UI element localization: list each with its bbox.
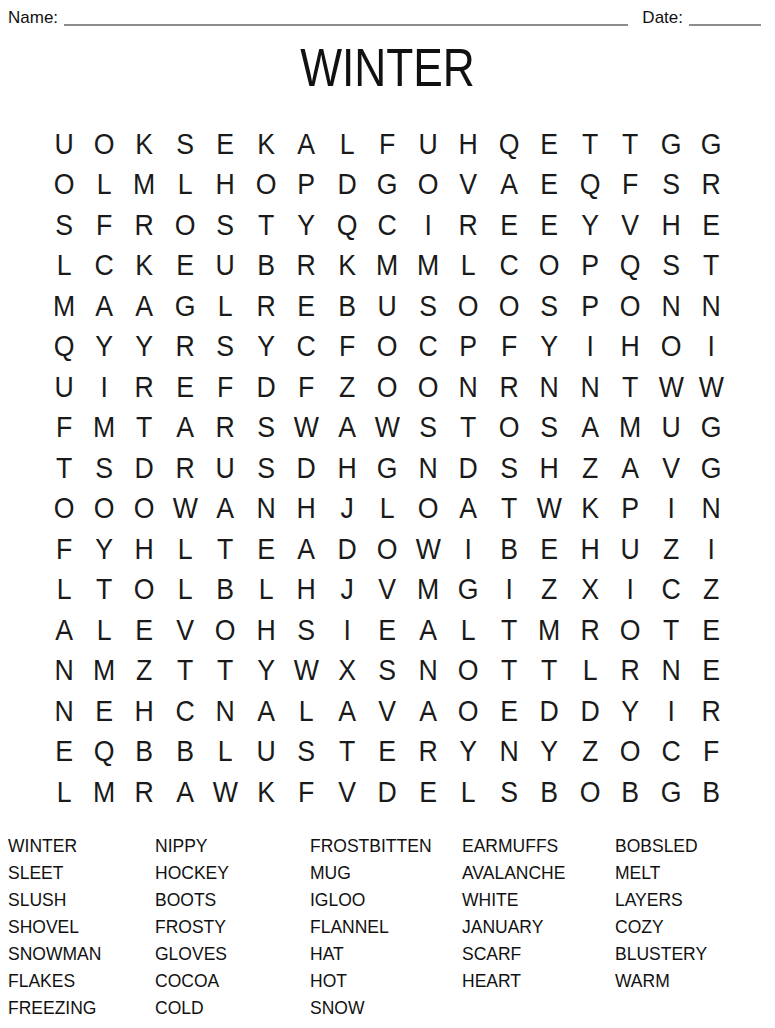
- grid-cell[interactable]: P: [612, 489, 649, 530]
- grid-cell[interactable]: D: [571, 691, 608, 732]
- grid-cell[interactable]: H: [612, 327, 649, 368]
- grid-cell[interactable]: E: [288, 286, 325, 327]
- grid-cell[interactable]: W: [288, 651, 325, 692]
- grid-cell[interactable]: Y: [288, 205, 325, 246]
- grid-cell[interactable]: O: [369, 529, 406, 570]
- grid-cell[interactable]: M: [86, 772, 123, 813]
- grid-cell[interactable]: F: [612, 165, 649, 206]
- grid-cell[interactable]: N: [693, 286, 730, 327]
- grid-cell[interactable]: O: [490, 408, 527, 449]
- grid-cell[interactable]: Y: [247, 651, 284, 692]
- word-list-item: BLUSTERY: [615, 941, 775, 968]
- grid-cell[interactable]: C: [490, 246, 527, 287]
- grid-cell[interactable]: H: [126, 691, 163, 732]
- grid-cell[interactable]: A: [207, 489, 244, 530]
- grid-cell[interactable]: L: [207, 286, 244, 327]
- grid-cell[interactable]: U: [207, 448, 244, 489]
- grid-cell[interactable]: Q: [612, 246, 649, 287]
- grid-cell[interactable]: A: [328, 691, 365, 732]
- grid-cell[interactable]: H: [247, 610, 284, 651]
- grid-cell[interactable]: E: [409, 772, 446, 813]
- grid-cell[interactable]: I: [409, 205, 446, 246]
- grid-cell[interactable]: Z: [571, 448, 608, 489]
- grid-cell[interactable]: A: [288, 529, 325, 570]
- grid-cell[interactable]: F: [45, 408, 82, 449]
- grid-cell[interactable]: W: [207, 772, 244, 813]
- grid-cell[interactable]: O: [207, 610, 244, 651]
- grid-cell[interactable]: E: [531, 124, 568, 165]
- grid-cell[interactable]: L: [86, 165, 123, 206]
- grid-cell[interactable]: Y: [86, 529, 123, 570]
- grid-cell[interactable]: N: [693, 489, 730, 530]
- grid-cell[interactable]: N: [45, 691, 82, 732]
- grid-cell[interactable]: B: [247, 246, 284, 287]
- grid-cell[interactable]: O: [450, 286, 487, 327]
- grid-cell[interactable]: T: [571, 124, 608, 165]
- grid-cell[interactable]: S: [167, 124, 204, 165]
- grid-cell[interactable]: S: [531, 286, 568, 327]
- grid-cell[interactable]: E: [693, 610, 730, 651]
- grid-cell[interactable]: T: [531, 651, 568, 692]
- grid-cell[interactable]: A: [167, 408, 204, 449]
- grid-cell[interactable]: L: [369, 489, 406, 530]
- grid-cell[interactable]: A: [409, 610, 446, 651]
- grid-cell[interactable]: N: [247, 489, 284, 530]
- grid-cell[interactable]: D: [450, 448, 487, 489]
- grid-cell[interactable]: U: [652, 408, 689, 449]
- word-list-item: WINTER: [8, 833, 155, 860]
- grid-cell[interactable]: N: [45, 651, 82, 692]
- grid-cell[interactable]: K: [247, 124, 284, 165]
- grid-cell[interactable]: O: [86, 489, 123, 530]
- grid-cell[interactable]: V: [652, 448, 689, 489]
- grid-cell[interactable]: E: [490, 691, 527, 732]
- grid-cell[interactable]: R: [612, 651, 649, 692]
- grid-cell[interactable]: E: [45, 732, 82, 773]
- grid-cell[interactable]: U: [612, 529, 649, 570]
- grid-cell[interactable]: O: [45, 165, 82, 206]
- grid-cell[interactable]: Z: [571, 732, 608, 773]
- grid-cell[interactable]: R: [126, 367, 163, 408]
- grid-cell[interactable]: I: [328, 610, 365, 651]
- grid-cell[interactable]: C: [167, 691, 204, 732]
- grid-cell[interactable]: L: [328, 124, 365, 165]
- grid-cell[interactable]: L: [167, 529, 204, 570]
- grid-cell[interactable]: N: [207, 691, 244, 732]
- grid-cell[interactable]: S: [207, 327, 244, 368]
- grid-cell[interactable]: T: [247, 205, 284, 246]
- grid-cell[interactable]: A: [45, 610, 82, 651]
- grid-cell[interactable]: B: [531, 772, 568, 813]
- grid-cell[interactable]: Q: [490, 124, 527, 165]
- grid-cell[interactable]: H: [328, 448, 365, 489]
- grid-cell[interactable]: I: [490, 570, 527, 611]
- grid-cell[interactable]: F: [288, 367, 325, 408]
- grid-cell[interactable]: K: [247, 772, 284, 813]
- grid-cell[interactable]: S: [409, 408, 446, 449]
- grid-cell[interactable]: U: [369, 286, 406, 327]
- grid-cell[interactable]: U: [409, 124, 446, 165]
- grid-cell[interactable]: P: [288, 165, 325, 206]
- grid-cell[interactable]: H: [450, 124, 487, 165]
- grid-cell[interactable]: V: [612, 205, 649, 246]
- grid-cell[interactable]: G: [167, 286, 204, 327]
- grid-cell[interactable]: T: [490, 489, 527, 530]
- grid-cell[interactable]: I: [693, 327, 730, 368]
- grid-cell[interactable]: U: [247, 732, 284, 773]
- grid-cell[interactable]: S: [652, 165, 689, 206]
- grid-cell[interactable]: I: [612, 570, 649, 611]
- grid-cell[interactable]: M: [369, 246, 406, 287]
- grid-cell[interactable]: V: [328, 772, 365, 813]
- grid-cell[interactable]: O: [126, 489, 163, 530]
- grid-cell[interactable]: B: [207, 570, 244, 611]
- grid-cell[interactable]: A: [612, 448, 649, 489]
- grid-cell[interactable]: E: [126, 610, 163, 651]
- grid-cell[interactable]: A: [247, 691, 284, 732]
- grid-cell[interactable]: S: [45, 205, 82, 246]
- grid-cell[interactable]: Y: [531, 327, 568, 368]
- grid-cell[interactable]: E: [490, 205, 527, 246]
- grid-cell[interactable]: R: [126, 205, 163, 246]
- grid-cell[interactable]: L: [450, 610, 487, 651]
- grid-cell[interactable]: S: [531, 408, 568, 449]
- grid-cell[interactable]: T: [612, 367, 649, 408]
- grid-cell[interactable]: R: [450, 205, 487, 246]
- grid-cell[interactable]: B: [126, 732, 163, 773]
- grid-cell[interactable]: T: [652, 610, 689, 651]
- grid-cell[interactable]: V: [450, 165, 487, 206]
- grid-cell[interactable]: J: [328, 570, 365, 611]
- grid-cell[interactable]: F: [490, 327, 527, 368]
- grid-cell[interactable]: R: [693, 691, 730, 732]
- word-list-item: SLUSH: [8, 887, 155, 914]
- grid-cell[interactable]: R: [167, 448, 204, 489]
- grid-cell[interactable]: S: [247, 408, 284, 449]
- grid-cell[interactable]: O: [490, 286, 527, 327]
- grid-cell[interactable]: S: [288, 610, 325, 651]
- grid-cell[interactable]: R: [167, 327, 204, 368]
- grid-cell[interactable]: S: [369, 651, 406, 692]
- grid-cell[interactable]: I: [693, 529, 730, 570]
- grid-cell[interactable]: E: [167, 367, 204, 408]
- grid-cell[interactable]: T: [45, 448, 82, 489]
- grid-cell[interactable]: R: [126, 772, 163, 813]
- grid-cell[interactable]: W: [652, 367, 689, 408]
- grid-cell[interactable]: J: [328, 489, 365, 530]
- grid-cell[interactable]: S: [652, 246, 689, 287]
- grid-cell[interactable]: M: [531, 610, 568, 651]
- grid-cell[interactable]: B: [490, 529, 527, 570]
- grid-cell[interactable]: R: [490, 367, 527, 408]
- grid-cell[interactable]: E: [531, 165, 568, 206]
- grid-cell[interactable]: H: [288, 570, 325, 611]
- grid-cell[interactable]: C: [369, 205, 406, 246]
- grid-cell[interactable]: O: [409, 489, 446, 530]
- grid-cell[interactable]: N: [450, 367, 487, 408]
- grid-cell[interactable]: G: [652, 772, 689, 813]
- grid-cell[interactable]: Z: [652, 529, 689, 570]
- grid-cell[interactable]: I: [571, 327, 608, 368]
- grid-cell[interactable]: F: [369, 124, 406, 165]
- grid-cell[interactable]: R: [693, 165, 730, 206]
- grid-cell[interactable]: M: [409, 246, 446, 287]
- grid-cell[interactable]: L: [45, 246, 82, 287]
- word-list-item: COZY: [615, 914, 775, 941]
- grid-cell[interactable]: T: [328, 732, 365, 773]
- grid-cell[interactable]: F: [86, 205, 123, 246]
- grid-cell[interactable]: L: [86, 610, 123, 651]
- grid-cell[interactable]: K: [328, 246, 365, 287]
- grid-cell[interactable]: R: [409, 732, 446, 773]
- grid-cell[interactable]: M: [86, 651, 123, 692]
- grid-cell[interactable]: O: [612, 610, 649, 651]
- grid-cell[interactable]: L: [571, 651, 608, 692]
- grid-cell[interactable]: D: [328, 165, 365, 206]
- date-input-line[interactable]: [689, 8, 761, 26]
- grid-cell[interactable]: Y: [612, 691, 649, 732]
- grid-cell[interactable]: H: [571, 529, 608, 570]
- grid-cell[interactable]: G: [652, 124, 689, 165]
- grid-cell[interactable]: S: [490, 448, 527, 489]
- grid-cell[interactable]: M: [45, 286, 82, 327]
- grid-cell[interactable]: T: [86, 570, 123, 611]
- grid-cell[interactable]: W: [531, 489, 568, 530]
- grid-cell[interactable]: E: [531, 205, 568, 246]
- grid-cell[interactable]: K: [571, 489, 608, 530]
- grid-cell[interactable]: H: [531, 448, 568, 489]
- grid-cell[interactable]: A: [288, 124, 325, 165]
- grid-cell[interactable]: G: [693, 408, 730, 449]
- grid-cell[interactable]: E: [207, 124, 244, 165]
- grid-cell[interactable]: Q: [45, 327, 82, 368]
- grid-cell[interactable]: B: [693, 772, 730, 813]
- grid-cell[interactable]: D: [126, 448, 163, 489]
- grid-cell[interactable]: R: [288, 246, 325, 287]
- grid-cell[interactable]: T: [490, 651, 527, 692]
- grid-cell[interactable]: O: [531, 246, 568, 287]
- grid-cell[interactable]: E: [531, 529, 568, 570]
- grid-cell[interactable]: V: [167, 610, 204, 651]
- grid-cell[interactable]: T: [693, 246, 730, 287]
- grid-cell[interactable]: T: [207, 651, 244, 692]
- grid-cell[interactable]: A: [571, 408, 608, 449]
- grid-cell[interactable]: L: [288, 691, 325, 732]
- grid-cell[interactable]: E: [693, 205, 730, 246]
- grid-cell[interactable]: E: [167, 246, 204, 287]
- grid-cell[interactable]: C: [86, 246, 123, 287]
- grid-cell[interactable]: G: [693, 124, 730, 165]
- grid-cell[interactable]: O: [45, 489, 82, 530]
- grid-cell[interactable]: O: [612, 286, 649, 327]
- grid-cell[interactable]: T: [450, 408, 487, 449]
- grid-cell[interactable]: O: [612, 732, 649, 773]
- grid-cell[interactable]: D: [288, 448, 325, 489]
- grid-cell[interactable]: S: [490, 772, 527, 813]
- grid-cell[interactable]: S: [86, 448, 123, 489]
- grid-cell[interactable]: O: [369, 327, 406, 368]
- grid-cell[interactable]: C: [652, 732, 689, 773]
- grid-cell[interactable]: L: [45, 570, 82, 611]
- grid-cell[interactable]: Y: [450, 732, 487, 773]
- grid-cell[interactable]: A: [86, 286, 123, 327]
- grid-cell[interactable]: F: [207, 367, 244, 408]
- grid-cell[interactable]: H: [126, 529, 163, 570]
- grid-cell[interactable]: S: [207, 205, 244, 246]
- grid-cell[interactable]: X: [328, 651, 365, 692]
- grid-cell[interactable]: Q: [571, 165, 608, 206]
- grid-cell[interactable]: A: [167, 772, 204, 813]
- grid-cell[interactable]: I: [652, 489, 689, 530]
- grid-cell[interactable]: E: [247, 529, 284, 570]
- grid-cell[interactable]: A: [409, 691, 446, 732]
- grid-cell[interactable]: O: [369, 367, 406, 408]
- grid-cell[interactable]: H: [652, 205, 689, 246]
- grid-cell[interactable]: V: [369, 570, 406, 611]
- grid-cell[interactable]: U: [207, 246, 244, 287]
- grid-cell[interactable]: T: [126, 408, 163, 449]
- grid-cell[interactable]: A: [490, 165, 527, 206]
- word-list-item: HEART: [462, 968, 615, 995]
- grid-cell[interactable]: C: [652, 570, 689, 611]
- grid-cell[interactable]: L: [45, 772, 82, 813]
- grid-cell[interactable]: A: [328, 408, 365, 449]
- grid-cell[interactable]: F: [693, 732, 730, 773]
- grid-cell[interactable]: H: [207, 165, 244, 206]
- grid-cell[interactable]: N: [652, 651, 689, 692]
- grid-cell[interactable]: S: [409, 286, 446, 327]
- grid-cell[interactable]: R: [247, 286, 284, 327]
- word-list-item: JANUARY: [462, 914, 615, 941]
- grid-cell[interactable]: W: [693, 367, 730, 408]
- grid-cell[interactable]: M: [612, 408, 649, 449]
- grid-cell[interactable]: H: [288, 489, 325, 530]
- grid-cell[interactable]: D: [247, 367, 284, 408]
- grid-cell[interactable]: O: [450, 691, 487, 732]
- grid-cell[interactable]: W: [288, 408, 325, 449]
- grid-cell[interactable]: Z: [126, 651, 163, 692]
- grid-cell[interactable]: E: [693, 651, 730, 692]
- grid-cell[interactable]: A: [126, 286, 163, 327]
- grid-cell[interactable]: D: [531, 691, 568, 732]
- grid-cell[interactable]: T: [207, 529, 244, 570]
- grid-cell[interactable]: N: [571, 367, 608, 408]
- grid-cell[interactable]: P: [571, 286, 608, 327]
- grid-cell[interactable]: I: [652, 691, 689, 732]
- grid-cell[interactable]: L: [247, 570, 284, 611]
- grid-cell[interactable]: O: [126, 570, 163, 611]
- grid-cell[interactable]: O: [409, 165, 446, 206]
- grid-cell[interactable]: T: [612, 124, 649, 165]
- grid-cell[interactable]: O: [167, 205, 204, 246]
- grid-cell[interactable]: B: [167, 732, 204, 773]
- grid-cell[interactable]: O: [450, 651, 487, 692]
- grid-cell[interactable]: N: [531, 367, 568, 408]
- grid-cell[interactable]: G: [369, 165, 406, 206]
- grid-cell[interactable]: E: [369, 610, 406, 651]
- grid-cell[interactable]: Y: [247, 327, 284, 368]
- grid-cell[interactable]: N: [409, 448, 446, 489]
- grid-cell[interactable]: F: [328, 327, 365, 368]
- grid-cell[interactable]: N: [490, 732, 527, 773]
- grid-cell[interactable]: E: [369, 732, 406, 773]
- grid-cell[interactable]: O: [652, 327, 689, 368]
- grid-cell[interactable]: B: [328, 286, 365, 327]
- grid-cell[interactable]: Q: [86, 732, 123, 773]
- grid-cell[interactable]: D: [369, 772, 406, 813]
- grid-cell[interactable]: B: [612, 772, 649, 813]
- grid-cell[interactable]: F: [45, 529, 82, 570]
- grid-cell[interactable]: O: [409, 367, 446, 408]
- grid-cell[interactable]: G: [693, 448, 730, 489]
- grid-cell[interactable]: O: [86, 124, 123, 165]
- grid-cell[interactable]: U: [45, 367, 82, 408]
- grid-cell[interactable]: T: [167, 651, 204, 692]
- grid-cell[interactable]: F: [288, 772, 325, 813]
- grid-cell[interactable]: W: [409, 529, 446, 570]
- grid-cell[interactable]: Z: [693, 570, 730, 611]
- grid-cell[interactable]: S: [247, 448, 284, 489]
- grid-cell[interactable]: Y: [571, 205, 608, 246]
- grid-cell[interactable]: Z: [328, 367, 365, 408]
- grid-cell[interactable]: W: [369, 408, 406, 449]
- grid-cell[interactable]: L: [167, 165, 204, 206]
- grid-cell[interactable]: N: [409, 651, 446, 692]
- grid-cell[interactable]: R: [571, 610, 608, 651]
- grid-cell[interactable]: D: [328, 529, 365, 570]
- grid-cell[interactable]: N: [652, 286, 689, 327]
- grid-cell[interactable]: T: [490, 610, 527, 651]
- grid-cell[interactable]: Z: [531, 570, 568, 611]
- grid-cell[interactable]: R: [207, 408, 244, 449]
- grid-cell[interactable]: Q: [328, 205, 365, 246]
- grid-cell[interactable]: G: [369, 448, 406, 489]
- grid-cell[interactable]: Y: [86, 327, 123, 368]
- word-list-item: AVALANCHE: [462, 860, 615, 887]
- grid-cell[interactable]: W: [167, 489, 204, 530]
- grid-cell[interactable]: C: [409, 327, 446, 368]
- grid-cell[interactable]: G: [450, 570, 487, 611]
- grid-cell[interactable]: A: [450, 489, 487, 530]
- grid-cell[interactable]: O: [571, 772, 608, 813]
- grid-cell[interactable]: M: [409, 570, 446, 611]
- grid-cell[interactable]: S: [288, 732, 325, 773]
- grid-cell[interactable]: M: [86, 408, 123, 449]
- grid-cell[interactable]: C: [288, 327, 325, 368]
- title-wrap: WINTER: [0, 40, 775, 102]
- grid-cell[interactable]: I: [450, 529, 487, 570]
- grid-cell[interactable]: Y: [126, 327, 163, 368]
- grid-cell[interactable]: L: [450, 772, 487, 813]
- grid-cell[interactable]: U: [45, 124, 82, 165]
- grid-cell[interactable]: L: [450, 246, 487, 287]
- name-input-line[interactable]: [64, 8, 628, 26]
- grid-cell[interactable]: P: [571, 246, 608, 287]
- grid-cell[interactable]: K: [126, 124, 163, 165]
- grid-cell[interactable]: P: [450, 327, 487, 368]
- grid-cell[interactable]: M: [126, 165, 163, 206]
- grid-cell[interactable]: X: [571, 570, 608, 611]
- grid-cell[interactable]: O: [247, 165, 284, 206]
- grid-cell[interactable]: K: [126, 246, 163, 287]
- grid-cell[interactable]: V: [369, 691, 406, 732]
- grid-cell[interactable]: L: [167, 570, 204, 611]
- grid-cell[interactable]: E: [86, 691, 123, 732]
- grid-cell[interactable]: Y: [531, 732, 568, 773]
- word-list-item: WHITE: [462, 887, 615, 914]
- grid-cell[interactable]: I: [86, 367, 123, 408]
- grid-cell[interactable]: L: [207, 732, 244, 773]
